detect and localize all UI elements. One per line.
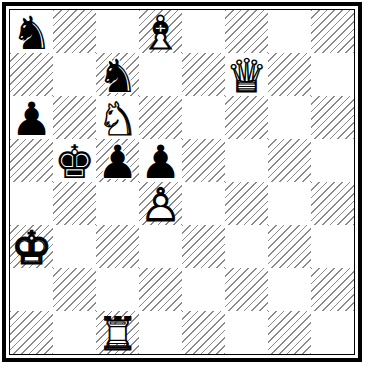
square-a3[interactable]: ♚♔ — [10, 225, 53, 268]
square-a4[interactable] — [10, 182, 53, 225]
piece-black-pawn[interactable]: ♟ — [96, 139, 139, 182]
square-f8[interactable] — [225, 10, 268, 53]
square-a7[interactable] — [10, 53, 53, 96]
square-c3[interactable] — [96, 225, 139, 268]
square-a8[interactable]: ♞ — [10, 10, 53, 53]
square-e7[interactable] — [182, 53, 225, 96]
square-h2[interactable] — [311, 268, 354, 311]
piece-black-pawn[interactable]: ♟ — [10, 96, 53, 139]
square-e6[interactable] — [182, 96, 225, 139]
square-d3[interactable] — [139, 225, 182, 268]
square-g4[interactable] — [268, 182, 311, 225]
square-g1[interactable] — [268, 311, 311, 354]
square-c4[interactable] — [96, 182, 139, 225]
board-frame-outer: ♞♝♗♞♛♕♟♞♘♚♟♟♟♙♚♔♜♖ — [2, 2, 362, 362]
square-f1[interactable] — [225, 311, 268, 354]
square-d5[interactable]: ♟ — [139, 139, 182, 182]
square-c1[interactable]: ♜♖ — [96, 311, 139, 354]
square-h3[interactable] — [311, 225, 354, 268]
square-f2[interactable] — [225, 268, 268, 311]
chess-board: ♞♝♗♞♛♕♟♞♘♚♟♟♟♙♚♔♜♖ — [10, 10, 354, 354]
piece-black-knight[interactable]: ♞ — [10, 10, 53, 53]
square-h8[interactable] — [311, 10, 354, 53]
square-d6[interactable] — [139, 96, 182, 139]
square-d2[interactable] — [139, 268, 182, 311]
square-h1[interactable] — [311, 311, 354, 354]
square-g5[interactable] — [268, 139, 311, 182]
square-e1[interactable] — [182, 311, 225, 354]
board-frame-inner: ♞♝♗♞♛♕♟♞♘♚♟♟♟♙♚♔♜♖ — [9, 9, 355, 355]
square-b5[interactable]: ♚ — [53, 139, 96, 182]
piece-white-knight[interactable]: ♞♘ — [96, 96, 139, 139]
square-a5[interactable] — [10, 139, 53, 182]
square-e3[interactable] — [182, 225, 225, 268]
square-a6[interactable]: ♟ — [10, 96, 53, 139]
square-a1[interactable] — [10, 311, 53, 354]
piece-white-bishop[interactable]: ♝♗ — [139, 10, 182, 53]
square-b6[interactable] — [53, 96, 96, 139]
square-c5[interactable]: ♟ — [96, 139, 139, 182]
square-e4[interactable] — [182, 182, 225, 225]
piece-black-knight[interactable]: ♞ — [96, 53, 139, 96]
square-h5[interactable] — [311, 139, 354, 182]
square-f4[interactable] — [225, 182, 268, 225]
square-b7[interactable] — [53, 53, 96, 96]
square-h4[interactable] — [311, 182, 354, 225]
square-d8[interactable]: ♝♗ — [139, 10, 182, 53]
piece-white-queen[interactable]: ♛♕ — [225, 53, 268, 96]
square-d1[interactable] — [139, 311, 182, 354]
piece-white-pawn[interactable]: ♟♙ — [139, 182, 182, 225]
square-f5[interactable] — [225, 139, 268, 182]
square-b3[interactable] — [53, 225, 96, 268]
square-e5[interactable] — [182, 139, 225, 182]
square-f3[interactable] — [225, 225, 268, 268]
square-f6[interactable] — [225, 96, 268, 139]
piece-black-king[interactable]: ♚ — [53, 139, 96, 182]
square-e2[interactable] — [182, 268, 225, 311]
square-b8[interactable] — [53, 10, 96, 53]
square-b4[interactable] — [53, 182, 96, 225]
piece-white-king[interactable]: ♚♔ — [10, 225, 53, 268]
square-e8[interactable] — [182, 10, 225, 53]
piece-black-pawn[interactable]: ♟ — [139, 139, 182, 182]
square-b2[interactable] — [53, 268, 96, 311]
square-d7[interactable] — [139, 53, 182, 96]
square-c6[interactable]: ♞♘ — [96, 96, 139, 139]
square-g6[interactable] — [268, 96, 311, 139]
square-b1[interactable] — [53, 311, 96, 354]
square-f7[interactable]: ♛♕ — [225, 53, 268, 96]
square-a2[interactable] — [10, 268, 53, 311]
square-c2[interactable] — [96, 268, 139, 311]
square-g8[interactable] — [268, 10, 311, 53]
square-c7[interactable]: ♞ — [96, 53, 139, 96]
square-d4[interactable]: ♟♙ — [139, 182, 182, 225]
square-g2[interactable] — [268, 268, 311, 311]
square-h7[interactable] — [311, 53, 354, 96]
piece-white-rook[interactable]: ♜♖ — [96, 311, 139, 354]
square-h6[interactable] — [311, 96, 354, 139]
square-g3[interactable] — [268, 225, 311, 268]
square-g7[interactable] — [268, 53, 311, 96]
square-c8[interactable] — [96, 10, 139, 53]
